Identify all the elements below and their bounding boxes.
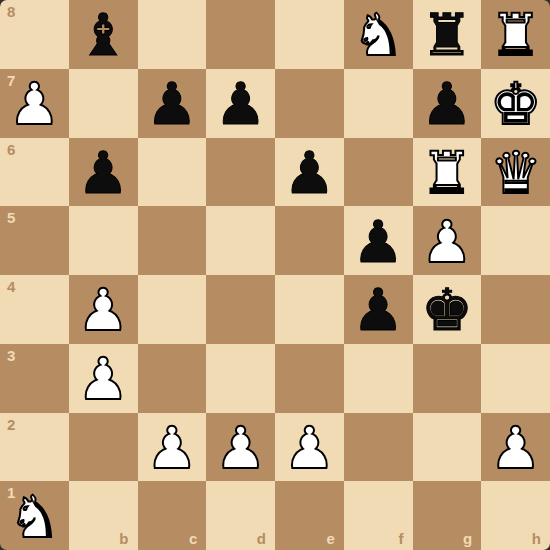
square-f2[interactable] [344, 413, 413, 482]
square-a7[interactable]: 7♟ [0, 69, 69, 138]
piece-white-pawn-b3[interactable]: ♟ [77, 350, 129, 408]
square-f6[interactable] [344, 138, 413, 207]
square-d2[interactable]: ♟ [206, 413, 275, 482]
piece-black-pawn-b6[interactable]: ♟ [77, 144, 129, 202]
square-f7[interactable] [344, 69, 413, 138]
rank-label-3: 3 [7, 348, 15, 363]
square-h2[interactable]: ♟ [481, 413, 550, 482]
square-b3[interactable]: ♟ [69, 344, 138, 413]
file-label-f: f [399, 531, 404, 546]
piece-white-pawn-d2[interactable]: ♟ [215, 419, 267, 477]
square-e4[interactable] [275, 275, 344, 344]
square-g2[interactable] [413, 413, 482, 482]
square-c1[interactable]: c [138, 481, 207, 550]
rank-label-4: 4 [7, 279, 15, 294]
square-d8[interactable] [206, 0, 275, 69]
square-d7[interactable]: ♟ [206, 69, 275, 138]
square-h7[interactable]: ♚ [481, 69, 550, 138]
square-e1[interactable]: e [275, 481, 344, 550]
square-h5[interactable] [481, 206, 550, 275]
rank-label-6: 6 [7, 142, 15, 157]
square-b6[interactable]: ♟ [69, 138, 138, 207]
square-g5[interactable]: ♟ [413, 206, 482, 275]
square-c5[interactable] [138, 206, 207, 275]
square-g7[interactable]: ♟ [413, 69, 482, 138]
square-h4[interactable] [481, 275, 550, 344]
square-a4[interactable]: 4 [0, 275, 69, 344]
file-label-e: e [326, 531, 334, 546]
piece-white-rook-g6[interactable]: ♜ [421, 144, 473, 202]
piece-white-rook-h8[interactable]: ♜ [490, 6, 542, 64]
square-g4[interactable]: ♚ [413, 275, 482, 344]
piece-white-knight-f8[interactable]: ♞ [352, 6, 404, 64]
piece-white-pawn-b4[interactable]: ♟ [77, 281, 129, 339]
square-h3[interactable] [481, 344, 550, 413]
square-a2[interactable]: 2 [0, 413, 69, 482]
square-d4[interactable] [206, 275, 275, 344]
square-f1[interactable]: f [344, 481, 413, 550]
square-d6[interactable] [206, 138, 275, 207]
square-g1[interactable]: g [413, 481, 482, 550]
square-d5[interactable] [206, 206, 275, 275]
rank-label-2: 2 [7, 417, 15, 432]
rank-label-5: 5 [7, 210, 15, 225]
square-g6[interactable]: ♜ [413, 138, 482, 207]
piece-black-pawn-f4[interactable]: ♟ [352, 281, 404, 339]
piece-black-king-g4[interactable]: ♚ [421, 281, 473, 339]
square-h1[interactable]: h [481, 481, 550, 550]
square-a5[interactable]: 5 [0, 206, 69, 275]
square-e7[interactable] [275, 69, 344, 138]
piece-black-rook-g8[interactable]: ♜ [421, 6, 473, 64]
square-a3[interactable]: 3 [0, 344, 69, 413]
square-g3[interactable] [413, 344, 482, 413]
square-e3[interactable] [275, 344, 344, 413]
piece-white-pawn-c2[interactable]: ♟ [146, 419, 198, 477]
square-f3[interactable] [344, 344, 413, 413]
square-b1[interactable]: b [69, 481, 138, 550]
piece-black-pawn-e6[interactable]: ♟ [283, 144, 335, 202]
file-label-g: g [463, 531, 472, 546]
piece-white-pawn-a7[interactable]: ♟ [8, 75, 60, 133]
file-label-b: b [119, 531, 128, 546]
square-e5[interactable] [275, 206, 344, 275]
piece-white-pawn-e2[interactable]: ♟ [283, 419, 335, 477]
square-d3[interactable] [206, 344, 275, 413]
piece-white-king-h7[interactable]: ♚ [490, 75, 542, 133]
piece-white-knight-a1[interactable]: ♞ [8, 488, 60, 546]
file-label-d: d [257, 531, 266, 546]
square-b5[interactable] [69, 206, 138, 275]
square-c4[interactable] [138, 275, 207, 344]
piece-white-pawn-g5[interactable]: ♟ [421, 213, 473, 271]
square-c8[interactable] [138, 0, 207, 69]
square-d1[interactable]: d [206, 481, 275, 550]
piece-white-queen-h6[interactable]: ♛ [490, 144, 542, 202]
file-label-h: h [532, 531, 541, 546]
square-h8[interactable]: ♜ [481, 0, 550, 69]
square-c3[interactable] [138, 344, 207, 413]
square-a1[interactable]: 1♞ [0, 481, 69, 550]
square-f5[interactable]: ♟ [344, 206, 413, 275]
piece-black-bishop-b8[interactable]: ♝ [77, 6, 129, 64]
piece-black-pawn-g7[interactable]: ♟ [421, 75, 473, 133]
square-f8[interactable]: ♞ [344, 0, 413, 69]
square-a8[interactable]: 8 [0, 0, 69, 69]
square-b8[interactable]: ♝ [69, 0, 138, 69]
square-g8[interactable]: ♜ [413, 0, 482, 69]
square-e8[interactable] [275, 0, 344, 69]
square-c6[interactable] [138, 138, 207, 207]
square-c7[interactable]: ♟ [138, 69, 207, 138]
rank-label-8: 8 [7, 4, 15, 19]
square-e6[interactable]: ♟ [275, 138, 344, 207]
square-h6[interactable]: ♛ [481, 138, 550, 207]
piece-white-pawn-h2[interactable]: ♟ [490, 419, 542, 477]
file-label-c: c [189, 531, 197, 546]
square-a6[interactable]: 6 [0, 138, 69, 207]
square-b4[interactable]: ♟ [69, 275, 138, 344]
square-c2[interactable]: ♟ [138, 413, 207, 482]
square-b2[interactable] [69, 413, 138, 482]
chess-board: 8♝♞♜♜7♟♟♟♟♚6♟♟♜♛5♟♟4♟♟♚3♟2♟♟♟♟1♞bcdefgh [0, 0, 550, 550]
piece-black-pawn-f5[interactable]: ♟ [352, 213, 404, 271]
square-f4[interactable]: ♟ [344, 275, 413, 344]
piece-black-pawn-c7[interactable]: ♟ [146, 75, 198, 133]
square-e2[interactable]: ♟ [275, 413, 344, 482]
piece-black-pawn-d7[interactable]: ♟ [215, 75, 267, 133]
square-b7[interactable] [69, 69, 138, 138]
